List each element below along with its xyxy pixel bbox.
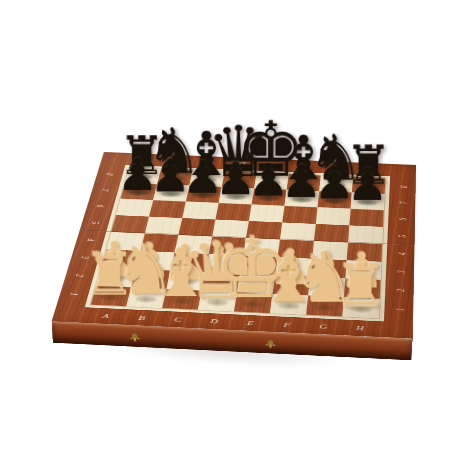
square-h7[interactable]: ♟ — [351, 193, 385, 211]
scene: ABCDEFGH ABCDEFGH 12345678 12345678 ♜♞♝♛… — [0, 0, 475, 475]
file-label-b: B — [122, 309, 162, 326]
rank-label-right-6: 6 — [385, 212, 419, 227]
rank-label-right-5: 5 — [384, 229, 418, 244]
square-g6[interactable] — [316, 207, 351, 225]
file-label-a: A — [86, 307, 126, 324]
file-label-e: E — [231, 314, 270, 332]
rank-label-right-7: 7 — [385, 196, 418, 210]
file-label-c: C — [158, 311, 197, 328]
square-c6[interactable] — [182, 202, 218, 220]
file-label-h: H — [341, 319, 379, 337]
brass-latch-icon[interactable]: ⚜ — [127, 327, 142, 344]
square-a6[interactable] — [116, 199, 153, 217]
maple-inlay: ♜♞♝♛♚♝♞♜♟♟♟♟♟♟♟♟♟♟♟♟♟♟♟♟♜♞♝♛♚♝♞♜ — [85, 165, 391, 321]
square-h6[interactable] — [349, 209, 383, 227]
square-b6[interactable] — [149, 200, 186, 218]
rank-label-right-3: 3 — [382, 264, 418, 280]
board-grid: ♜♞♝♛♚♝♞♜♟♟♟♟♟♟♟♟♟♟♟♟♟♟♟♟♜♞♝♛♚♝♞♜ — [91, 167, 386, 318]
white-rook[interactable]: ♜ — [334, 257, 387, 314]
file-label-f: F — [267, 316, 305, 334]
file-label-g: G — [304, 318, 342, 336]
chess-set-photo: ABCDEFGH ABCDEFGH 12345678 12345678 ♜♞♝♛… — [0, 0, 475, 475]
brass-latch-icon[interactable]: ⚜ — [263, 333, 278, 350]
board-frame: ABCDEFGH ABCDEFGH 12345678 12345678 ♜♞♝♛… — [52, 152, 416, 339]
rank-label-right-4: 4 — [383, 246, 418, 262]
chess-board: ABCDEFGH ABCDEFGH 12345678 12345678 ♜♞♝♛… — [52, 152, 416, 339]
black-pawn[interactable]: ♟ — [347, 163, 388, 206]
file-label-d: D — [194, 313, 233, 330]
square-h1[interactable]: ♜ — [342, 297, 379, 318]
